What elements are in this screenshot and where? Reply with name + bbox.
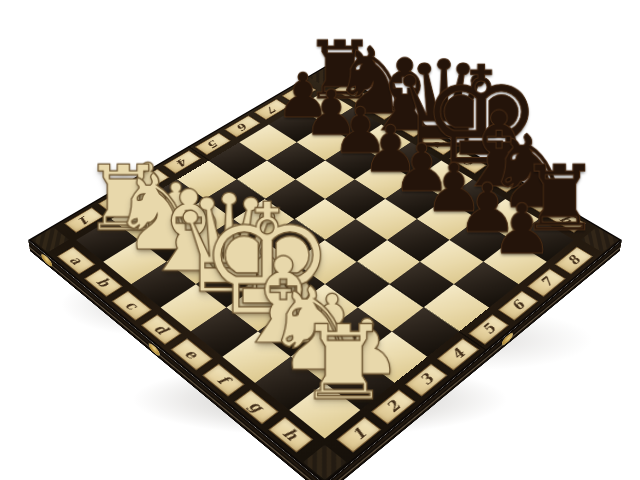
chess-board: abcdefgh abcdefgh 87654321 87654321 ♜♞♝♛…	[28, 66, 622, 480]
photo-backdrop: abcdefgh abcdefgh 87654321 87654321 ♜♞♝♛…	[0, 0, 640, 480]
piece-white-rook[interactable]: ♜	[298, 314, 348, 412]
board-grid: ♜♞♝♛♚♝♞♜♟♟♟♟♟♟♟♟♟♟♟♟♟♟♟♟♜♞♝♛♚♝♞♜	[76, 91, 574, 438]
brass-clasp-icon	[501, 331, 513, 347]
piece-black-pawn[interactable]: ♟	[491, 197, 536, 263]
brass-clasp-icon	[148, 341, 160, 358]
brass-clasp-icon	[41, 252, 53, 269]
board-perspective-wrapper: abcdefgh abcdefgh 87654321 87654321 ♜♞♝♛…	[28, 66, 622, 480]
